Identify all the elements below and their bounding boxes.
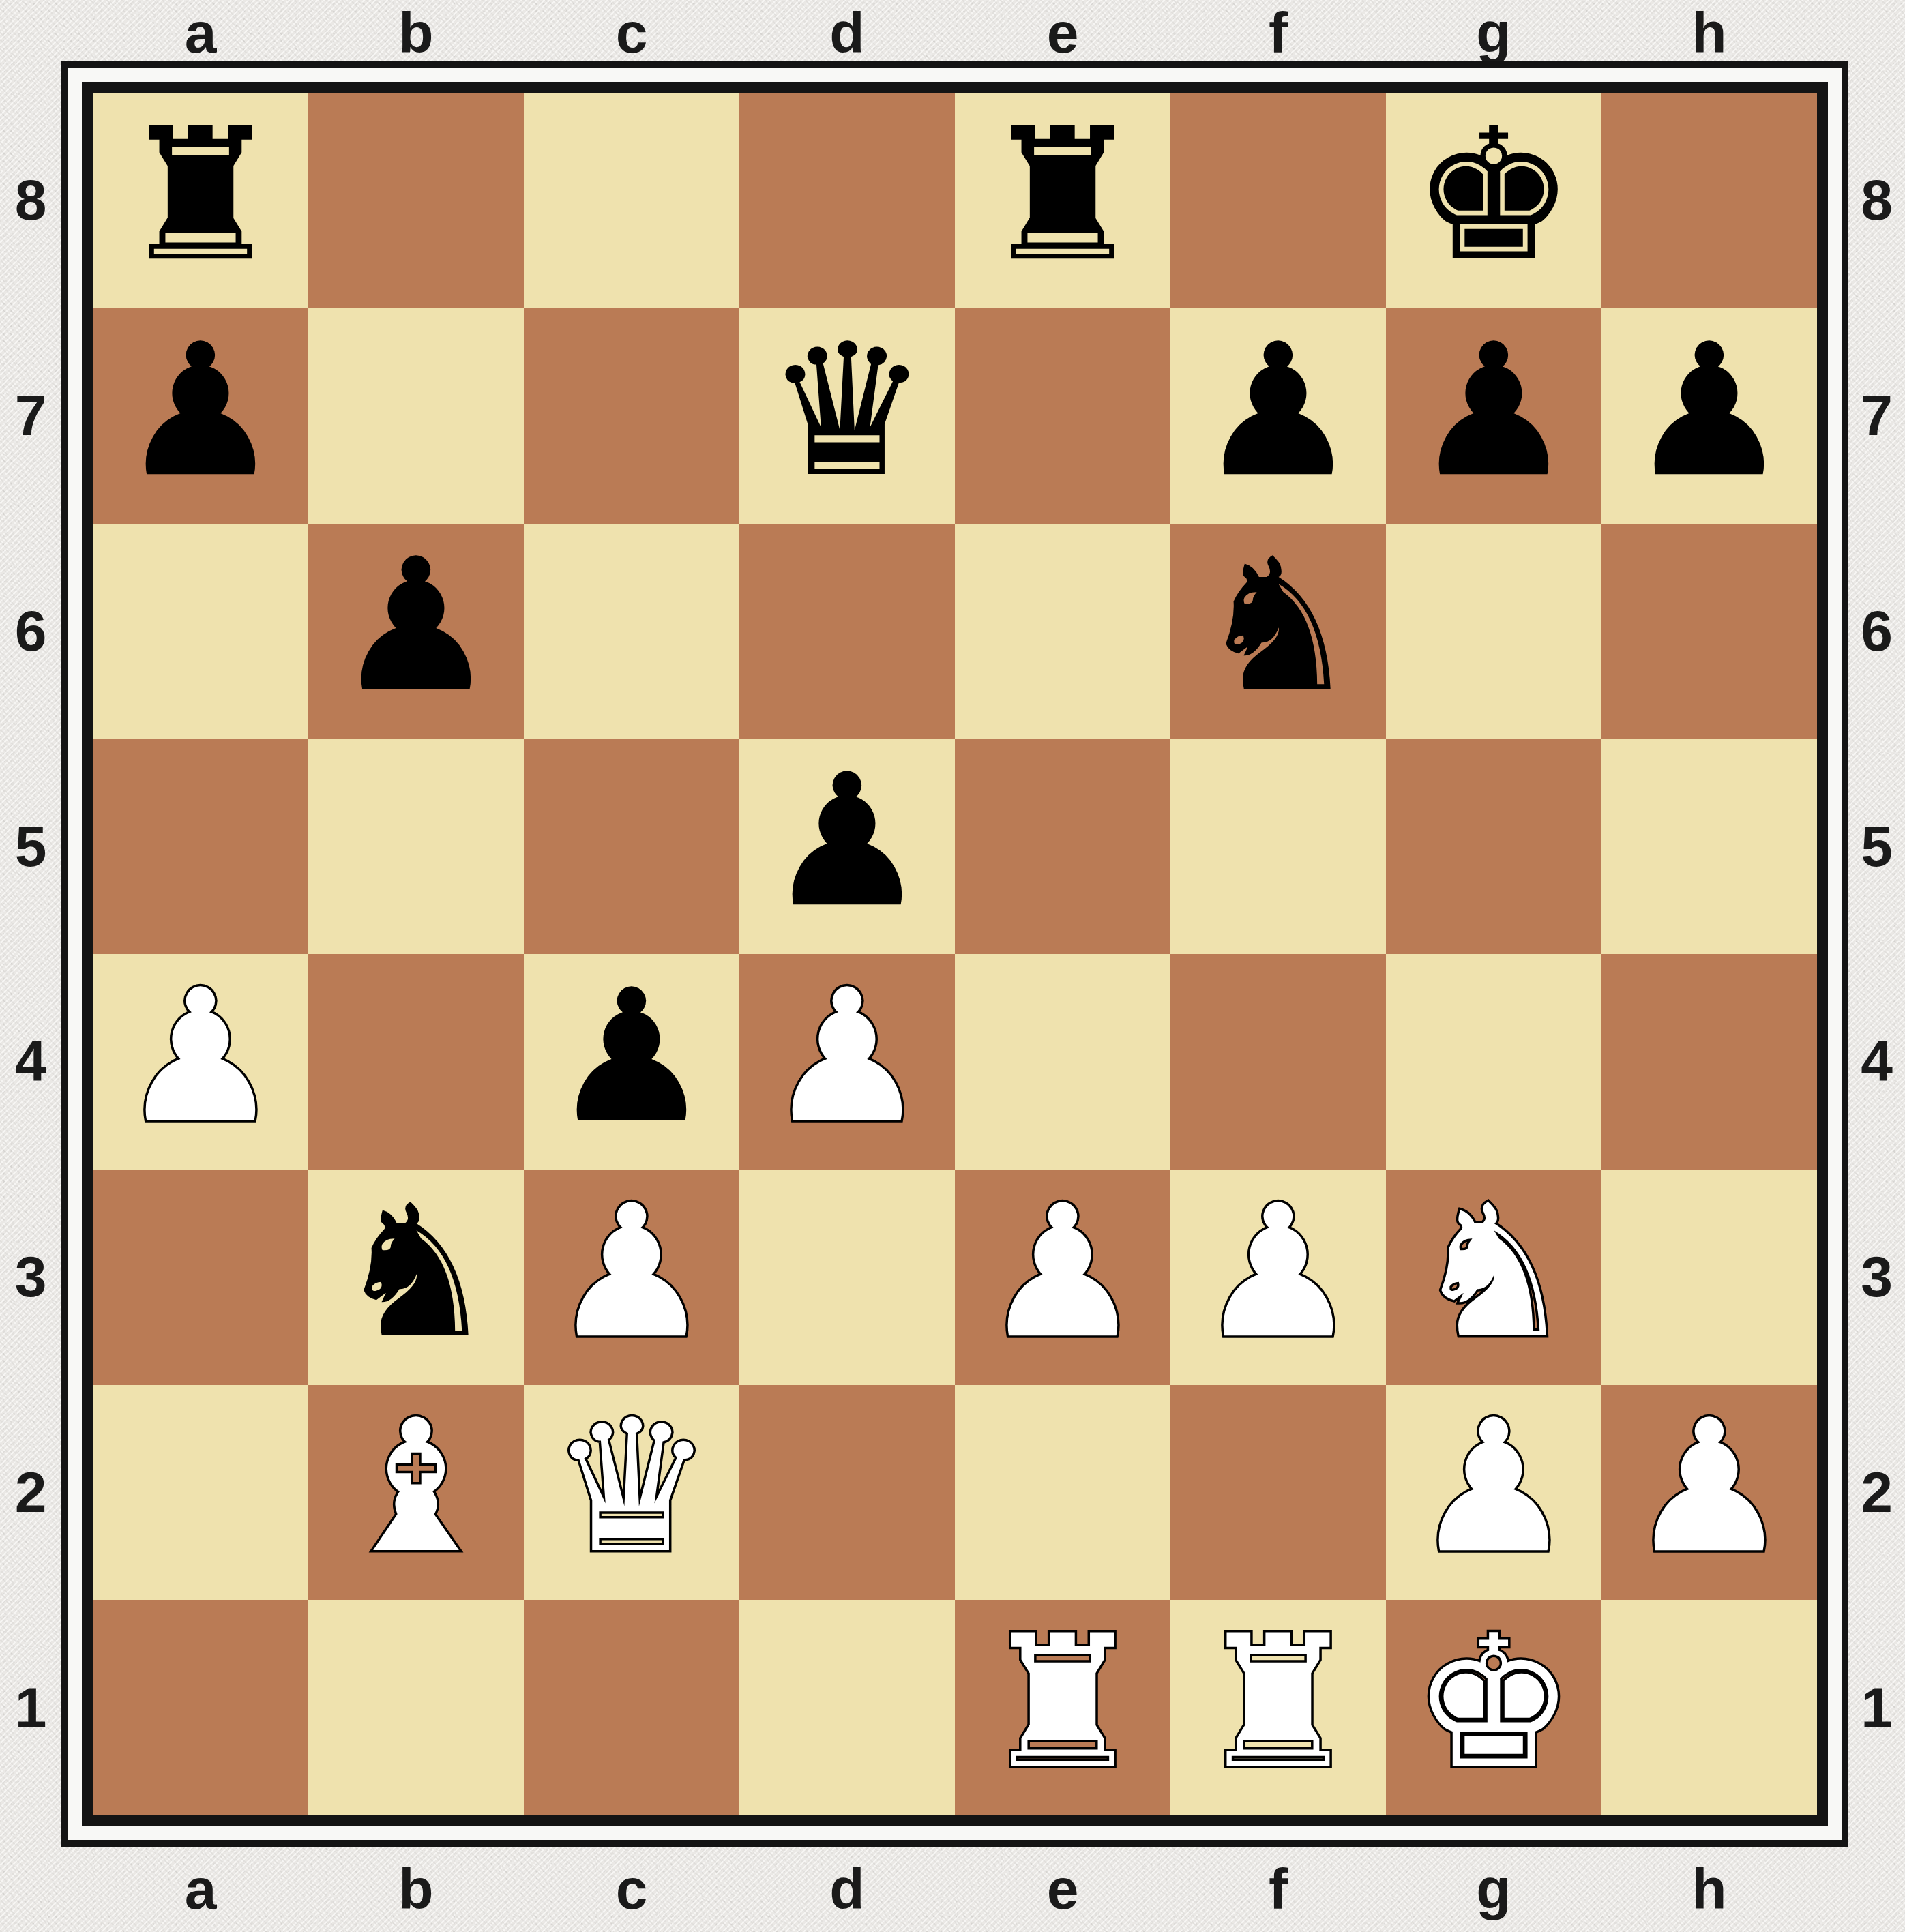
piece-black-king: ♚ xyxy=(1412,104,1576,286)
square-d1[interactable] xyxy=(739,1600,955,1815)
square-a4[interactable]: ♟ xyxy=(93,954,308,1170)
square-d7[interactable]: ♛ xyxy=(739,308,955,524)
file-label-top-d: d xyxy=(739,0,955,66)
rank-labels-left: 87654321 xyxy=(0,93,61,1815)
square-c8[interactable] xyxy=(524,93,739,308)
square-e5[interactable] xyxy=(955,739,1170,954)
square-h7[interactable]: ♟ xyxy=(1601,308,1817,524)
square-b2[interactable]: ♝ xyxy=(308,1385,524,1601)
square-g3[interactable]: ♞ xyxy=(1386,1170,1601,1385)
file-label-bottom-e: e xyxy=(955,1847,1170,1932)
file-label-bottom-b: b xyxy=(308,1847,524,1932)
piece-black-knight: ♞ xyxy=(1196,534,1360,717)
square-c3[interactable]: ♟ xyxy=(524,1170,739,1385)
square-e3[interactable]: ♟ xyxy=(955,1170,1170,1385)
square-f7[interactable]: ♟ xyxy=(1170,308,1386,524)
square-g8[interactable]: ♚ xyxy=(1386,93,1601,308)
chess-board: ♜♜♚♟♛♟♟♟♟♞♟♟♟♟♞♟♟♟♞♝♛♟♟♜♜♚ xyxy=(93,93,1817,1815)
square-e7[interactable] xyxy=(955,308,1170,524)
rank-label-left-7: 7 xyxy=(0,308,61,524)
piece-black-rook: ♜ xyxy=(119,104,282,286)
rank-label-right-2: 2 xyxy=(1848,1385,1905,1601)
square-b5[interactable] xyxy=(308,739,524,954)
rank-label-right-6: 6 xyxy=(1848,524,1905,739)
rank-label-left-3: 3 xyxy=(0,1170,61,1385)
square-c4[interactable]: ♟ xyxy=(524,954,739,1170)
rank-label-left-2: 2 xyxy=(0,1385,61,1601)
rank-labels-right: 87654321 xyxy=(1848,93,1905,1815)
file-label-top-e: e xyxy=(955,0,1170,66)
rank-label-left-5: 5 xyxy=(0,739,61,954)
square-a3[interactable] xyxy=(93,1170,308,1385)
file-label-top-f: f xyxy=(1170,0,1386,66)
rank-label-left-1: 1 xyxy=(0,1600,61,1815)
piece-white-pawn: ♟ xyxy=(1627,1395,1791,1578)
square-d6[interactable] xyxy=(739,524,955,739)
chess-diagram: abcdefgh abcdefgh 87654321 87654321 ♜♜♚♟… xyxy=(0,0,1905,1932)
file-label-top-a: a xyxy=(93,0,308,66)
piece-white-pawn: ♟ xyxy=(981,1180,1145,1363)
square-d5[interactable]: ♟ xyxy=(739,739,955,954)
square-f2[interactable] xyxy=(1170,1385,1386,1601)
square-h1[interactable] xyxy=(1601,1600,1817,1815)
rank-label-right-4: 4 xyxy=(1848,954,1905,1170)
square-g2[interactable]: ♟ xyxy=(1386,1385,1601,1601)
file-label-top-h: h xyxy=(1601,0,1817,66)
piece-black-rook: ♜ xyxy=(981,104,1145,286)
square-g1[interactable]: ♚ xyxy=(1386,1600,1601,1815)
square-e6[interactable] xyxy=(955,524,1170,739)
square-b8[interactable] xyxy=(308,93,524,308)
piece-black-queen: ♛ xyxy=(765,319,929,502)
file-labels-bottom: abcdefgh xyxy=(93,1847,1817,1932)
piece-white-rook: ♜ xyxy=(1196,1611,1360,1794)
square-a8[interactable]: ♜ xyxy=(93,93,308,308)
piece-white-king: ♚ xyxy=(1412,1611,1576,1794)
piece-black-pawn: ♟ xyxy=(1627,319,1791,502)
file-label-bottom-a: a xyxy=(93,1847,308,1932)
rank-label-left-8: 8 xyxy=(0,93,61,308)
square-d4[interactable]: ♟ xyxy=(739,954,955,1170)
square-f4[interactable] xyxy=(1170,954,1386,1170)
square-h5[interactable] xyxy=(1601,739,1817,954)
square-h3[interactable] xyxy=(1601,1170,1817,1385)
square-e8[interactable]: ♜ xyxy=(955,93,1170,308)
square-d3[interactable] xyxy=(739,1170,955,1385)
rank-label-right-3: 3 xyxy=(1848,1170,1905,1385)
file-label-bottom-c: c xyxy=(524,1847,739,1932)
board-frame: ♜♜♚♟♛♟♟♟♟♞♟♟♟♟♞♟♟♟♞♝♛♟♟♜♜♚ xyxy=(61,61,1848,1847)
board-frame-inner: ♜♜♚♟♛♟♟♟♟♞♟♟♟♟♞♟♟♟♞♝♛♟♟♜♜♚ xyxy=(82,82,1828,1826)
file-label-bottom-d: d xyxy=(739,1847,955,1932)
piece-white-pawn: ♟ xyxy=(765,965,929,1148)
square-e1[interactable]: ♜ xyxy=(955,1600,1170,1815)
square-c7[interactable] xyxy=(524,308,739,524)
piece-white-pawn: ♟ xyxy=(1196,1180,1360,1363)
piece-white-bishop: ♝ xyxy=(334,1395,498,1578)
square-b1[interactable] xyxy=(308,1600,524,1815)
square-g5[interactable] xyxy=(1386,739,1601,954)
piece-black-pawn: ♟ xyxy=(1196,319,1360,502)
square-c6[interactable] xyxy=(524,524,739,739)
piece-white-pawn: ♟ xyxy=(119,965,282,1148)
rank-label-right-1: 1 xyxy=(1848,1600,1905,1815)
square-h6[interactable] xyxy=(1601,524,1817,739)
square-f3[interactable]: ♟ xyxy=(1170,1170,1386,1385)
rank-label-right-5: 5 xyxy=(1848,739,1905,954)
file-labels-top: abcdefgh xyxy=(93,0,1817,61)
piece-black-pawn: ♟ xyxy=(550,965,713,1148)
square-c1[interactable] xyxy=(524,1600,739,1815)
file-label-top-g: g xyxy=(1386,0,1601,66)
square-e4[interactable] xyxy=(955,954,1170,1170)
square-h2[interactable]: ♟ xyxy=(1601,1385,1817,1601)
piece-black-pawn: ♟ xyxy=(1412,319,1576,502)
rank-label-left-4: 4 xyxy=(0,954,61,1170)
square-g6[interactable] xyxy=(1386,524,1601,739)
piece-white-pawn: ♟ xyxy=(1412,1395,1576,1578)
piece-white-pawn: ♟ xyxy=(550,1180,713,1363)
square-a1[interactable] xyxy=(93,1600,308,1815)
square-a7[interactable]: ♟ xyxy=(93,308,308,524)
rank-label-right-8: 8 xyxy=(1848,93,1905,308)
file-label-bottom-g: g xyxy=(1386,1847,1601,1932)
square-c5[interactable] xyxy=(524,739,739,954)
piece-black-knight: ♞ xyxy=(334,1180,498,1363)
square-h4[interactable] xyxy=(1601,954,1817,1170)
square-f1[interactable]: ♜ xyxy=(1170,1600,1386,1815)
piece-white-knight: ♞ xyxy=(1412,1180,1576,1363)
piece-black-pawn: ♟ xyxy=(765,749,929,932)
square-f6[interactable]: ♞ xyxy=(1170,524,1386,739)
square-d8[interactable] xyxy=(739,93,955,308)
square-d2[interactable] xyxy=(739,1385,955,1601)
file-label-top-c: c xyxy=(524,0,739,66)
square-g7[interactable]: ♟ xyxy=(1386,308,1601,524)
square-f8[interactable] xyxy=(1170,93,1386,308)
square-g4[interactable] xyxy=(1386,954,1601,1170)
file-label-top-b: b xyxy=(308,0,524,66)
rank-label-left-6: 6 xyxy=(0,524,61,739)
square-b6[interactable]: ♟ xyxy=(308,524,524,739)
square-f5[interactable] xyxy=(1170,739,1386,954)
square-h8[interactable] xyxy=(1601,93,1817,308)
square-a6[interactable] xyxy=(93,524,308,739)
piece-white-rook: ♜ xyxy=(981,1611,1145,1794)
square-a2[interactable] xyxy=(93,1385,308,1601)
rank-label-right-7: 7 xyxy=(1848,308,1905,524)
piece-black-pawn: ♟ xyxy=(119,319,282,502)
file-label-bottom-f: f xyxy=(1170,1847,1386,1932)
square-e2[interactable] xyxy=(955,1385,1170,1601)
piece-black-pawn: ♟ xyxy=(334,534,498,717)
square-b7[interactable] xyxy=(308,308,524,524)
piece-white-queen: ♛ xyxy=(550,1395,713,1578)
square-b4[interactable] xyxy=(308,954,524,1170)
square-b3[interactable]: ♞ xyxy=(308,1170,524,1385)
square-c2[interactable]: ♛ xyxy=(524,1385,739,1601)
file-label-bottom-h: h xyxy=(1601,1847,1817,1932)
square-a5[interactable] xyxy=(93,739,308,954)
